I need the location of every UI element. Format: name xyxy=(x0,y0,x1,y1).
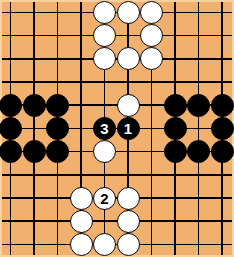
stone-white xyxy=(93,24,116,47)
stone-black xyxy=(46,140,69,163)
stone-white xyxy=(117,187,140,210)
stone-black xyxy=(23,94,46,117)
stone-black xyxy=(211,94,234,117)
stone-white xyxy=(70,210,93,233)
grid-horizontal-line xyxy=(2,81,232,83)
stone-black xyxy=(0,117,22,140)
stone-black xyxy=(187,94,210,117)
stone-black-move-1: 1 xyxy=(117,117,140,140)
stone-white xyxy=(117,47,140,70)
stone-black xyxy=(187,140,210,163)
grid-horizontal-line xyxy=(2,174,232,176)
stone-white xyxy=(140,24,163,47)
stone-white xyxy=(70,233,93,256)
grid-horizontal-line xyxy=(2,35,232,37)
go-board-diagram: 312 xyxy=(0,0,234,257)
stone-black xyxy=(164,117,187,140)
stone-white xyxy=(117,94,140,117)
stone-white-move-2: 2 xyxy=(93,187,116,210)
stone-white xyxy=(93,140,116,163)
stone-black xyxy=(211,117,234,140)
stone-black-move-3: 3 xyxy=(93,117,116,140)
stone-black xyxy=(211,140,234,163)
stone-white xyxy=(117,1,140,24)
stone-white xyxy=(117,210,140,233)
stone-black xyxy=(46,117,69,140)
stone-white xyxy=(93,1,116,24)
stone-black xyxy=(0,94,22,117)
stone-white xyxy=(70,187,93,210)
stone-black xyxy=(164,140,187,163)
stone-black xyxy=(164,94,187,117)
stone-black xyxy=(23,140,46,163)
stone-black xyxy=(46,94,69,117)
stone-white xyxy=(140,1,163,24)
stone-white xyxy=(117,233,140,256)
stone-white xyxy=(93,233,116,256)
